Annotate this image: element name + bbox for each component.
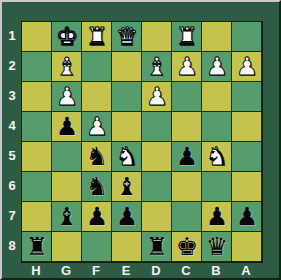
piece-black-knight[interactable]: ♞ xyxy=(86,142,108,172)
square-a7[interactable]: ♟ xyxy=(232,202,262,232)
piece-white-bishop[interactable]: ♝ xyxy=(56,52,78,82)
piece-white-pawn[interactable]: ♟ xyxy=(146,82,168,112)
square-a5[interactable] xyxy=(232,142,262,172)
piece-black-rook[interactable]: ♜ xyxy=(146,232,168,262)
square-a4[interactable] xyxy=(232,112,262,142)
square-g3[interactable]: ♟ xyxy=(52,82,82,112)
piece-white-rook[interactable]: ♜ xyxy=(176,22,198,52)
file-labels: HGFEDCBA xyxy=(21,263,261,279)
square-g1[interactable]: ♚ xyxy=(52,22,82,52)
piece-black-rook[interactable]: ♜ xyxy=(26,232,48,262)
square-c3[interactable] xyxy=(172,82,202,112)
rank-label-5: 5 xyxy=(4,141,20,171)
square-a3[interactable] xyxy=(232,82,262,112)
rank-label-3: 3 xyxy=(4,81,20,111)
piece-white-knight[interactable]: ♞ xyxy=(206,142,228,172)
square-c1[interactable]: ♜ xyxy=(172,22,202,52)
square-a1[interactable] xyxy=(232,22,262,52)
square-c8[interactable]: ♚ xyxy=(172,232,202,262)
square-h8[interactable]: ♜ xyxy=(22,232,52,262)
square-g5[interactable] xyxy=(52,142,82,172)
square-e4[interactable] xyxy=(112,112,142,142)
file-label-e: E xyxy=(111,263,141,279)
rank-label-1: 1 xyxy=(4,21,20,51)
square-b6[interactable] xyxy=(202,172,232,202)
square-f8[interactable] xyxy=(82,232,112,262)
square-a8[interactable] xyxy=(232,232,262,262)
piece-black-bishop[interactable]: ♝ xyxy=(56,202,78,232)
file-label-h: H xyxy=(21,263,51,279)
rank-label-4: 4 xyxy=(4,111,20,141)
square-e7[interactable]: ♟ xyxy=(112,202,142,232)
square-f6[interactable]: ♞ xyxy=(82,172,112,202)
square-g8[interactable] xyxy=(52,232,82,262)
file-label-f: F xyxy=(81,263,111,279)
piece-black-queen[interactable]: ♛ xyxy=(206,232,228,262)
piece-black-bishop[interactable]: ♝ xyxy=(116,172,138,202)
file-label-a: A xyxy=(231,263,261,279)
square-b4[interactable] xyxy=(202,112,232,142)
square-h1[interactable] xyxy=(22,22,52,52)
piece-black-king[interactable]: ♚ xyxy=(176,232,198,262)
square-b5[interactable]: ♞ xyxy=(202,142,232,172)
square-a2[interactable]: ♟ xyxy=(232,52,262,82)
square-c2[interactable]: ♟ xyxy=(172,52,202,82)
square-f1[interactable]: ♜ xyxy=(82,22,112,52)
square-e6[interactable]: ♝ xyxy=(112,172,142,202)
square-b1[interactable] xyxy=(202,22,232,52)
piece-black-pawn[interactable]: ♟ xyxy=(206,202,228,232)
file-label-g: G xyxy=(51,263,81,279)
square-d2[interactable]: ♝ xyxy=(142,52,172,82)
square-a6[interactable] xyxy=(232,172,262,202)
square-c5[interactable]: ♟ xyxy=(172,142,202,172)
square-g4[interactable]: ♟ xyxy=(52,112,82,142)
square-d1[interactable] xyxy=(142,22,172,52)
rank-label-2: 2 xyxy=(4,51,20,81)
piece-black-knight[interactable]: ♞ xyxy=(86,172,108,202)
square-e5[interactable]: ♞ xyxy=(112,142,142,172)
piece-white-rook[interactable]: ♜ xyxy=(86,22,108,52)
square-f3[interactable] xyxy=(82,82,112,112)
file-label-d: D xyxy=(141,263,171,279)
rank-label-8: 8 xyxy=(4,231,20,261)
square-d3[interactable]: ♟ xyxy=(142,82,172,112)
piece-white-pawn[interactable]: ♟ xyxy=(206,52,228,82)
square-b8[interactable]: ♛ xyxy=(202,232,232,262)
board[interactable]: ♚♜♛♜♝♝♟♟♟♟♟♟♟♞♞♟♞♞♝♝♟♟♟♟♜♜♚♛ xyxy=(21,21,263,263)
square-b2[interactable]: ♟ xyxy=(202,52,232,82)
piece-black-pawn[interactable]: ♟ xyxy=(86,202,108,232)
square-b3[interactable] xyxy=(202,82,232,112)
square-d6[interactable] xyxy=(142,172,172,202)
square-e2[interactable] xyxy=(112,52,142,82)
square-h6[interactable] xyxy=(22,172,52,202)
square-h3[interactable] xyxy=(22,82,52,112)
square-f5[interactable]: ♞ xyxy=(82,142,112,172)
square-g7[interactable]: ♝ xyxy=(52,202,82,232)
square-g6[interactable] xyxy=(52,172,82,202)
square-h2[interactable] xyxy=(22,52,52,82)
piece-black-pawn[interactable]: ♟ xyxy=(236,202,258,232)
piece-white-knight[interactable]: ♞ xyxy=(116,142,138,172)
square-d4[interactable] xyxy=(142,112,172,142)
square-c7[interactable] xyxy=(172,202,202,232)
square-d7[interactable] xyxy=(142,202,172,232)
piece-white-pawn[interactable]: ♟ xyxy=(56,82,78,112)
square-c4[interactable] xyxy=(172,112,202,142)
square-d5[interactable] xyxy=(142,142,172,172)
piece-white-pawn[interactable]: ♟ xyxy=(176,52,198,82)
square-f4[interactable]: ♟ xyxy=(82,112,112,142)
rank-labels: 12345678 xyxy=(4,21,20,261)
file-label-c: C xyxy=(171,263,201,279)
piece-white-king[interactable]: ♚ xyxy=(56,22,78,52)
square-h7[interactable] xyxy=(22,202,52,232)
square-f7[interactable]: ♟ xyxy=(82,202,112,232)
piece-black-pawn[interactable]: ♟ xyxy=(56,112,78,142)
rank-label-6: 6 xyxy=(4,171,20,201)
square-e8[interactable] xyxy=(112,232,142,262)
square-b7[interactable]: ♟ xyxy=(202,202,232,232)
square-h5[interactable] xyxy=(22,142,52,172)
piece-white-pawn[interactable]: ♟ xyxy=(86,112,108,142)
file-label-b: B xyxy=(201,263,231,279)
square-h4[interactable] xyxy=(22,112,52,142)
piece-black-pawn[interactable]: ♟ xyxy=(116,202,138,232)
square-d8[interactable]: ♜ xyxy=(142,232,172,262)
piece-white-queen[interactable]: ♛ xyxy=(116,22,138,52)
chess-board-window: 12345678 ♚♜♛♜♝♝♟♟♟♟♟♟♟♞♞♟♞♞♝♝♟♟♟♟♜♜♚♛ HG… xyxy=(0,0,281,280)
rank-label-7: 7 xyxy=(4,201,20,231)
square-e3[interactable] xyxy=(112,82,142,112)
piece-white-bishop[interactable]: ♝ xyxy=(146,52,168,82)
square-c6[interactable] xyxy=(172,172,202,202)
piece-black-pawn[interactable]: ♟ xyxy=(176,142,198,172)
square-f2[interactable] xyxy=(82,52,112,82)
square-g2[interactable]: ♝ xyxy=(52,52,82,82)
piece-white-pawn[interactable]: ♟ xyxy=(236,52,258,82)
square-e1[interactable]: ♛ xyxy=(112,22,142,52)
